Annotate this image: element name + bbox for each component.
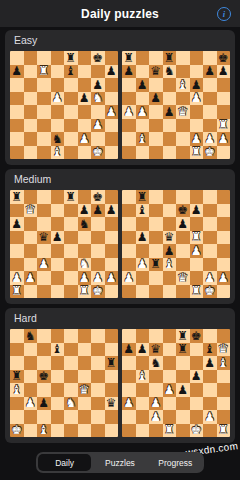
square-b6 — [136, 217, 150, 231]
square-d7 — [51, 204, 65, 218]
square-d8 — [163, 329, 177, 343]
square-f1: ♜ — [78, 285, 92, 299]
square-f3 — [78, 397, 92, 411]
black-king-h8: ♚ — [218, 51, 229, 63]
square-e8 — [64, 329, 78, 343]
square-g4 — [203, 105, 217, 119]
square-c8 — [37, 51, 51, 65]
square-h1 — [217, 285, 231, 299]
square-g5 — [203, 231, 217, 245]
square-b8: ♞ — [24, 329, 38, 343]
square-g7: ♟ — [203, 65, 217, 79]
board-hard-2[interactable]: ♜♚♟♟♛♜♝♛♞♟♝♝♟♟♟♟♟♟♟♜♚♜ — [122, 329, 230, 437]
square-e3 — [176, 258, 190, 272]
square-g1 — [91, 424, 105, 438]
square-b2: ♟ — [24, 271, 38, 285]
white-rook-d1: ♜ — [164, 424, 175, 436]
square-c4 — [37, 105, 51, 119]
square-b4 — [24, 244, 38, 258]
square-b4: ♟ — [136, 105, 150, 119]
square-d8 — [51, 329, 65, 343]
black-pawn-c5: ♟ — [150, 92, 161, 104]
black-rook-e8: ♜ — [65, 190, 76, 202]
square-b6: ♟ — [136, 78, 150, 92]
square-a4: ♟ — [122, 105, 136, 119]
square-h1 — [105, 146, 119, 160]
square-b8 — [136, 51, 150, 65]
square-d2 — [163, 132, 177, 146]
square-c1 — [37, 146, 51, 160]
square-g8: ♚ — [91, 190, 105, 204]
square-a6 — [122, 78, 136, 92]
square-c7: ♜ — [37, 65, 51, 79]
tab-puzzles[interactable]: Puzzles — [93, 454, 146, 471]
section-medium: Medium ♜♜♚♛♟♟♟♟♞♛♟♟♞♟♟♟♟♟♜♜♚ ♜♝♚♟♟♟♛♜♟♟♟… — [5, 169, 235, 304]
black-pawn-g6: ♟ — [92, 78, 103, 90]
white-bishop-d1: ♝ — [52, 146, 63, 158]
square-c1 — [149, 285, 163, 299]
square-d2 — [51, 271, 65, 285]
square-f6: ♞ — [78, 217, 92, 231]
square-d6 — [163, 356, 177, 370]
square-d5: ♟ — [51, 92, 65, 106]
hard-boards-row: ♞♝♜♜♚♝♛♟♟♞♛♚♝ ♜♚♟♟♛♜♝♛♞♟♝♝♟♟♟♟♟♟♟♜♚♜ — [8, 329, 232, 437]
square-c8 — [149, 190, 163, 204]
square-f6 — [78, 78, 92, 92]
white-pawn-h2: ♟ — [218, 132, 229, 144]
square-a5 — [122, 92, 136, 106]
square-h8 — [105, 51, 119, 65]
square-h5 — [105, 370, 119, 384]
square-c1 — [149, 424, 163, 438]
square-e6 — [64, 217, 78, 231]
square-d1: ♝ — [51, 146, 65, 160]
square-g2: ♟ — [91, 271, 105, 285]
square-g1: ♚ — [91, 285, 105, 299]
square-f5: ♟ — [78, 92, 92, 106]
square-h6 — [105, 78, 119, 92]
white-pawn-b4: ♟ — [137, 105, 148, 117]
square-d1 — [51, 424, 65, 438]
square-c8 — [149, 329, 163, 343]
square-h5 — [217, 231, 231, 245]
black-rook-e7: ♜ — [177, 343, 188, 355]
square-e2 — [64, 271, 78, 285]
square-a4 — [10, 105, 24, 119]
square-b8 — [24, 190, 38, 204]
white-pawn-d5: ♟ — [52, 92, 63, 104]
square-h5 — [217, 370, 231, 384]
square-d4 — [51, 383, 65, 397]
square-g4 — [91, 383, 105, 397]
square-b5: ♝ — [136, 370, 150, 384]
square-b1 — [136, 146, 150, 160]
white-pawn-g2: ♟ — [204, 410, 215, 422]
puzzle-list: Easy ♜♚♟♜♝♟♟♟♟♞♟♟♞♟♝♚ ♜♜♚♟♛♞♟♟♟♝♟♟♟♟♟♟♛♜… — [0, 27, 240, 443]
square-f2: ♟ — [78, 132, 92, 146]
white-bishop-b2: ♝ — [137, 132, 148, 144]
square-c5 — [149, 370, 163, 384]
square-c3: ♟ — [149, 397, 163, 411]
white-pawn-b3: ♟ — [137, 258, 148, 270]
white-king-g1: ♚ — [204, 146, 215, 158]
bottom-tab-bar: Daily Puzzles Progress — [36, 452, 204, 473]
square-d8: ♜ — [163, 51, 177, 65]
square-c8 — [149, 51, 163, 65]
black-rook-e8: ♜ — [65, 51, 76, 63]
tab-daily[interactable]: Daily — [38, 454, 91, 471]
square-c6 — [37, 356, 51, 370]
square-e2 — [64, 410, 78, 424]
tab-progress[interactable]: Progress — [149, 454, 202, 471]
square-d4: ♟ — [163, 383, 177, 397]
square-b7: ♝ — [136, 204, 150, 218]
square-e3 — [176, 119, 190, 133]
square-d3 — [51, 119, 65, 133]
black-pawn-d4: ♟ — [164, 244, 175, 256]
square-h1 — [217, 146, 231, 160]
square-d6 — [51, 78, 65, 92]
square-g6: ♟ — [91, 78, 105, 92]
board-medium-1[interactable]: ♜♜♚♛♟♟♟♟♞♛♟♟♞♟♟♟♟♟♜♜♚ — [10, 190, 118, 298]
square-e8: ♜ — [64, 51, 78, 65]
white-king-f1: ♚ — [191, 424, 202, 436]
black-rook-e8: ♜ — [177, 329, 188, 341]
square-a5: ♜ — [10, 370, 24, 384]
square-c5: ♟ — [149, 92, 163, 106]
square-f6 — [78, 356, 92, 370]
square-e1 — [64, 285, 78, 299]
square-g8 — [91, 329, 105, 343]
square-h6 — [217, 78, 231, 92]
square-a3 — [122, 119, 136, 133]
square-a6 — [122, 217, 136, 231]
square-h3 — [217, 397, 231, 411]
square-c1: ♝ — [37, 424, 51, 438]
square-e5 — [64, 231, 78, 245]
square-e7: ♝ — [64, 65, 78, 79]
black-king-c5: ♚ — [38, 370, 49, 382]
white-rook-f1: ♜ — [191, 146, 202, 158]
square-g3 — [91, 258, 105, 272]
square-e6: ♟ — [176, 217, 190, 231]
square-e6 — [64, 356, 78, 370]
square-a7: ♟ — [122, 65, 136, 79]
square-c1 — [37, 285, 51, 299]
square-f7: ♟ — [78, 204, 92, 218]
square-h7: ♟ — [105, 204, 119, 218]
square-e3 — [64, 119, 78, 133]
board-easy-1[interactable]: ♜♚♟♜♝♟♟♟♟♞♟♟♞♟♝♚ — [10, 51, 118, 159]
square-d1 — [163, 285, 177, 299]
white-pawn-d4: ♟ — [164, 383, 175, 395]
white-knight-f3: ♞ — [79, 258, 90, 270]
square-b4 — [136, 383, 150, 397]
board-easy-2[interactable]: ♜♜♚♟♛♞♟♟♟♝♟♟♟♟♟♟♛♜♝♟♟♟♜♚ — [122, 51, 230, 159]
white-bishop-e6: ♝ — [177, 78, 188, 90]
square-c4 — [149, 105, 163, 119]
square-a1 — [122, 146, 136, 160]
square-h2 — [217, 410, 231, 424]
black-rook-c3: ♜ — [150, 258, 161, 270]
square-a3 — [10, 397, 24, 411]
square-f5 — [78, 231, 92, 245]
square-g6 — [203, 217, 217, 231]
square-c3 — [37, 119, 51, 133]
square-a4 — [122, 244, 136, 258]
square-c7 — [149, 204, 163, 218]
square-f8 — [78, 329, 92, 343]
square-a8: ♜ — [122, 51, 136, 65]
square-e5 — [64, 92, 78, 106]
square-h6 — [105, 217, 119, 231]
white-king-g1: ♚ — [204, 285, 215, 297]
square-d6 — [51, 217, 65, 231]
square-b3 — [24, 258, 38, 272]
square-e1 — [64, 146, 78, 160]
square-d2 — [163, 410, 177, 424]
square-e7: ♚ — [176, 204, 190, 218]
white-pawn-f4: ♟ — [191, 244, 202, 256]
square-d4 — [51, 244, 65, 258]
square-a4 — [10, 244, 24, 258]
square-e4: ♟ — [176, 383, 190, 397]
square-h7: ♟ — [217, 65, 231, 79]
square-g6 — [203, 78, 217, 92]
board-hard-1[interactable]: ♞♝♜♜♚♝♛♟♟♞♛♚♝ — [10, 329, 118, 437]
square-b1 — [136, 285, 150, 299]
square-g4 — [203, 383, 217, 397]
square-f7 — [190, 343, 204, 357]
black-pawn-c3: ♟ — [38, 397, 49, 409]
square-g4 — [91, 105, 105, 119]
square-a6 — [10, 356, 24, 370]
square-a8: ♜ — [10, 190, 24, 204]
square-c6 — [37, 217, 51, 231]
white-pawn-f5: ♟ — [191, 92, 202, 104]
square-e8 — [176, 190, 190, 204]
square-c2 — [37, 132, 51, 146]
square-b1 — [24, 285, 38, 299]
square-d7 — [163, 204, 177, 218]
square-f8 — [190, 51, 204, 65]
square-a6 — [122, 356, 136, 370]
square-h8 — [217, 329, 231, 343]
square-a8 — [10, 329, 24, 343]
black-rook-a8: ♜ — [11, 190, 22, 202]
black-bishop-e7: ♝ — [65, 65, 76, 77]
black-rook-d8: ♜ — [164, 51, 175, 63]
square-d6 — [163, 217, 177, 231]
square-e5 — [176, 92, 190, 106]
square-c4 — [37, 244, 51, 258]
square-g1 — [203, 424, 217, 438]
black-pawn-f7: ♟ — [79, 204, 90, 216]
square-d5: ♛ — [163, 231, 177, 245]
square-d5 — [163, 92, 177, 106]
square-f1: ♜ — [190, 146, 204, 160]
square-h7 — [217, 204, 231, 218]
board-medium-2[interactable]: ♜♝♚♟♟♟♛♜♟♟♟♜♝♟♛♟♟♜♚ — [122, 190, 230, 298]
square-h5 — [105, 231, 119, 245]
square-h3 — [105, 119, 119, 133]
black-bishop-b7: ♝ — [137, 204, 148, 216]
white-rook-a1: ♜ — [11, 285, 22, 297]
square-h2: ♟ — [217, 132, 231, 146]
square-g7: ♝ — [203, 343, 217, 357]
square-h2 — [105, 132, 119, 146]
square-h8: ♚ — [217, 51, 231, 65]
square-h7 — [105, 343, 119, 357]
square-e7 — [64, 204, 78, 218]
square-f7 — [190, 65, 204, 79]
square-b5 — [24, 92, 38, 106]
square-h5 — [105, 92, 119, 106]
square-g1: ♚ — [203, 146, 217, 160]
square-g6 — [91, 356, 105, 370]
square-d5 — [51, 370, 65, 384]
square-f5: ♟ — [190, 370, 204, 384]
white-pawn-f2: ♟ — [79, 132, 90, 144]
black-pawn-b7: ♟ — [137, 343, 148, 355]
square-c4 — [37, 383, 51, 397]
black-pawn-f7: ♟ — [191, 204, 202, 216]
square-e5 — [176, 231, 190, 245]
white-knight-e3: ♞ — [65, 397, 76, 409]
square-c8 — [37, 190, 51, 204]
square-a2: ♟ — [10, 271, 24, 285]
square-h1: ♜ — [217, 424, 231, 438]
square-a5 — [122, 370, 136, 384]
square-g3 — [203, 119, 217, 133]
square-c4 — [149, 244, 163, 258]
square-a8 — [10, 51, 24, 65]
square-d3 — [163, 397, 177, 411]
square-a4: ♝ — [10, 383, 24, 397]
square-a6: ♟ — [10, 217, 24, 231]
white-pawn-a3: ♟ — [123, 397, 134, 409]
black-pawn-a7: ♟ — [123, 65, 134, 77]
square-h4: ♟ — [105, 105, 119, 119]
section-hard: Hard ♞♝♜♜♚♝♛♟♟♞♛♚♝ ♜♚♟♟♛♜♝♛♞♟♝♝♟♟♟♟♟♟♟♜♚… — [5, 308, 235, 443]
white-rook-f5: ♜ — [191, 231, 202, 243]
square-g3 — [203, 397, 217, 411]
white-rook-h3: ♜ — [218, 119, 229, 131]
black-pawn-h7: ♟ — [106, 204, 117, 216]
white-rook-c7: ♜ — [38, 65, 49, 77]
square-f3 — [190, 397, 204, 411]
black-king-f8: ♚ — [191, 329, 202, 341]
square-e2: ♛ — [176, 271, 190, 285]
square-b1 — [24, 424, 38, 438]
square-e7 — [64, 343, 78, 357]
square-a7 — [10, 204, 24, 218]
square-g6: ♟ — [203, 356, 217, 370]
square-b7 — [136, 65, 150, 79]
square-b4 — [24, 383, 38, 397]
square-h7: ♟ — [105, 65, 119, 79]
square-e6: ♝ — [176, 78, 190, 92]
square-d1 — [163, 146, 177, 160]
square-c6 — [149, 78, 163, 92]
square-g5 — [203, 370, 217, 384]
black-queen-c7: ♛ — [150, 343, 161, 355]
black-knight-d7: ♞ — [164, 65, 175, 77]
square-g1: ♚ — [91, 146, 105, 160]
square-e4: ♛ — [176, 105, 190, 119]
section-label: Easy — [14, 34, 232, 47]
square-f3 — [78, 119, 92, 133]
square-f2 — [190, 410, 204, 424]
white-pawn-c2: ♟ — [150, 410, 161, 422]
square-e7: ♜ — [176, 343, 190, 357]
square-g5 — [203, 92, 217, 106]
square-d2 — [51, 410, 65, 424]
square-f7: ♟ — [190, 204, 204, 218]
square-a6 — [10, 78, 24, 92]
square-d6 — [163, 78, 177, 92]
square-e1 — [176, 424, 190, 438]
square-d1 — [51, 285, 65, 299]
square-a3 — [10, 258, 24, 272]
square-h4 — [217, 383, 231, 397]
square-d3 — [163, 119, 177, 133]
info-icon[interactable]: i — [217, 7, 231, 21]
header: Daily puzzles i — [0, 0, 240, 27]
square-e6 — [176, 356, 190, 370]
square-f7 — [78, 65, 92, 79]
square-f5 — [78, 370, 92, 384]
square-b8 — [136, 329, 150, 343]
square-b2 — [136, 410, 150, 424]
square-b3 — [136, 119, 150, 133]
square-f8 — [190, 190, 204, 204]
square-e4 — [64, 244, 78, 258]
square-f8 — [78, 190, 92, 204]
square-a1: ♜ — [10, 285, 24, 299]
square-e1 — [64, 424, 78, 438]
square-d3 — [51, 258, 65, 272]
square-e5 — [176, 370, 190, 384]
square-f3 — [190, 119, 204, 133]
square-f4: ♛ — [78, 383, 92, 397]
square-e8: ♜ — [64, 190, 78, 204]
square-c2: ♟ — [149, 410, 163, 424]
square-g2: ♟ — [203, 410, 217, 424]
square-h8 — [217, 190, 231, 204]
square-b5 — [24, 370, 38, 384]
square-e1 — [176, 285, 190, 299]
square-c6 — [149, 217, 163, 231]
white-rook-f1: ♜ — [79, 285, 90, 297]
square-c3 — [149, 119, 163, 133]
white-bishop-b5: ♝ — [137, 370, 148, 382]
white-pawn-h4: ♟ — [106, 105, 117, 117]
square-e6 — [64, 78, 78, 92]
square-g2 — [91, 410, 105, 424]
square-g1: ♚ — [203, 285, 217, 299]
square-b8: ♜ — [136, 190, 150, 204]
square-c2 — [149, 271, 163, 285]
black-pawn-d5: ♟ — [52, 231, 63, 243]
black-pawn-a6: ♟ — [11, 217, 22, 229]
white-pawn-c3: ♟ — [38, 258, 49, 270]
black-king-e7: ♚ — [177, 204, 188, 216]
square-f4 — [78, 244, 92, 258]
square-h4 — [217, 244, 231, 258]
square-a1 — [10, 146, 24, 160]
square-f6: ♟ — [190, 78, 204, 92]
